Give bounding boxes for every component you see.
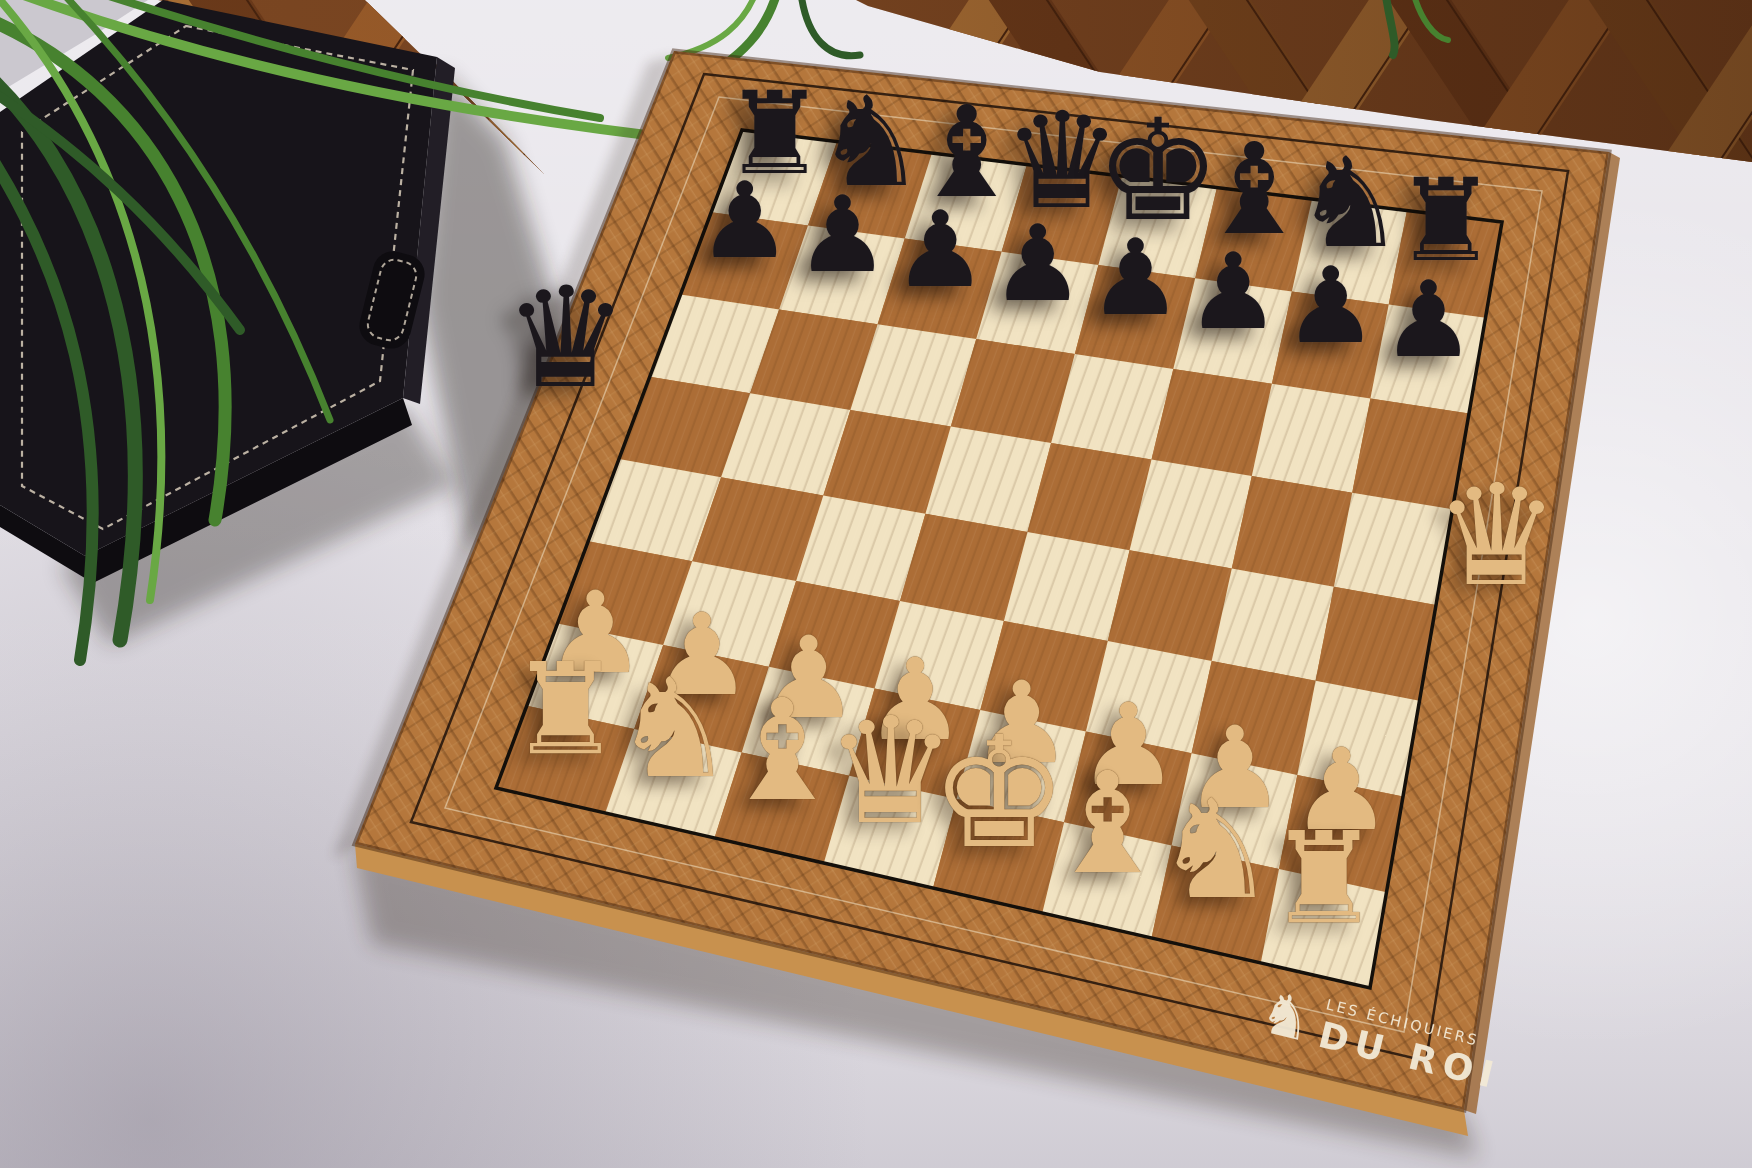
knight-rider-logo-icon: ♞: [1255, 985, 1318, 1048]
piece-black-pawn-a7[interactable]: ♟: [698, 169, 792, 274]
spare-white-queen[interactable]: ♛: [1434, 466, 1560, 606]
piece-white-knight-b1[interactable]: ♞: [612, 660, 735, 797]
piece-black-pawn-f7[interactable]: ♟: [1186, 240, 1280, 345]
piece-white-bishop-f1[interactable]: ♝: [1045, 754, 1171, 894]
piece-black-pawn-c7[interactable]: ♟: [893, 198, 987, 303]
spare-black-queen[interactable]: ♛: [504, 269, 629, 408]
piece-black-pawn-d7[interactable]: ♟: [991, 212, 1085, 317]
piece-black-pawn-b7[interactable]: ♟: [795, 183, 889, 288]
piece-white-rook-a1[interactable]: ♜: [509, 647, 622, 773]
piece-white-knight-g1[interactable]: ♞: [1154, 781, 1277, 918]
piece-black-pawn-e7[interactable]: ♟: [1088, 226, 1182, 331]
piece-black-pawn-h7[interactable]: ♟: [1381, 268, 1475, 373]
piece-white-rook-h1[interactable]: ♜: [1268, 816, 1381, 942]
piece-black-pawn-g7[interactable]: ♟: [1284, 254, 1378, 359]
product-photo-scene: ♞ LES ÉCHIQUIERS DU ROI ♜♞♝♛♚♝♞♜♟♟♟♟♟♟♟♟…: [0, 0, 1752, 1168]
